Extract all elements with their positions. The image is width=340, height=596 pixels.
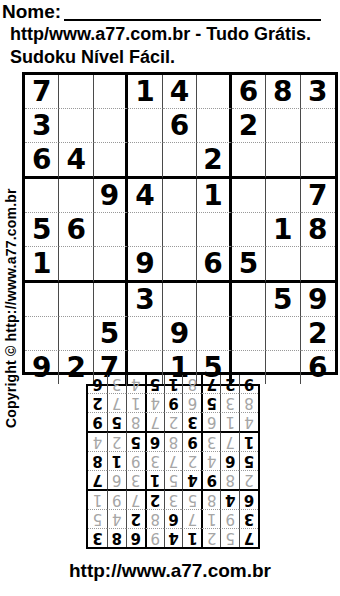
puzzle-cell-r1c5: 4 <box>163 75 197 109</box>
solution-cell-r2c5: 6 <box>164 509 183 528</box>
puzzle-cell-r2c9[interactable] <box>301 109 335 143</box>
puzzle-cell-r2c5: 6 <box>163 109 197 143</box>
solution-cell-r1c5: 4 <box>164 528 183 547</box>
solution-cell-r5c2: 6 <box>220 451 239 470</box>
puzzle-cell-r3c4[interactable] <box>128 143 162 179</box>
solution-cell-r8c8: 7 <box>107 393 126 412</box>
solution-cell-r8c4: 6 <box>182 393 201 412</box>
solution-cell-r3c5: 3 <box>164 489 183 509</box>
puzzle-cell-r2c7: 2 <box>232 109 266 143</box>
solution-cell-r3c2: 4 <box>220 489 239 509</box>
solution-cell-r5c7: 9 <box>126 451 145 470</box>
puzzle-cell-r4c2[interactable] <box>59 179 93 213</box>
solution-cell-r9c8: 3 <box>107 375 126 393</box>
solution-cell-r6c4: 9 <box>182 431 201 451</box>
solution-cell-r6c7: 5 <box>126 431 145 451</box>
puzzle-cell-r5c4[interactable] <box>128 213 162 247</box>
puzzle-cell-r6c4: 9 <box>128 247 162 283</box>
puzzle-cell-r2c8[interactable] <box>266 109 300 143</box>
solution-cell-r4c6: 1 <box>145 470 164 489</box>
solution-cell-r9c4: 8 <box>182 375 201 393</box>
solution-cell-r1c9: 3 <box>88 528 107 547</box>
solution-cell-r3c4: 5 <box>182 489 201 509</box>
solution-cell-r1c2: 5 <box>220 528 239 547</box>
puzzle-cell-r2c2[interactable] <box>59 109 93 143</box>
solution-cell-r4c8: 6 <box>107 470 126 489</box>
solution-cell-r6c1: 1 <box>239 431 258 451</box>
solution-cell-r7c1: 4 <box>239 412 258 431</box>
solution-cell-r9c1: 9 <box>239 375 258 393</box>
solution-cell-r2c2: 9 <box>220 509 239 528</box>
puzzle-level-title: Sudoku Nível Fácil. <box>10 47 175 68</box>
solution-cell-r5c6: 3 <box>145 451 164 470</box>
solution-cell-r8c5: 9 <box>164 393 183 412</box>
solution-cell-r7c7: 8 <box>126 412 145 431</box>
solution-cell-r6c9: 4 <box>88 431 107 451</box>
solution-cell-r5c4: 2 <box>182 451 201 470</box>
puzzle-cell-r7c3[interactable] <box>94 283 128 317</box>
puzzle-cell-r6c9[interactable] <box>301 247 335 283</box>
solution-cell-r3c3: 8 <box>201 489 220 509</box>
sudoku-print-page: Nome: http/www.a77.com.br - Tudo Grátis.… <box>0 0 340 596</box>
puzzle-cell-r8c5: 9 <box>163 317 197 351</box>
puzzle-cell-r1c9: 3 <box>301 75 335 109</box>
solution-cell-r7c9: 9 <box>88 412 107 431</box>
solution-cell-r4c2: 8 <box>220 470 239 489</box>
solution-cell-r3c6: 2 <box>145 489 164 509</box>
solution-cell-r2c9: 5 <box>88 509 107 528</box>
puzzle-cell-r9c9: 6 <box>301 351 335 384</box>
solution-cell-r1c6: 9 <box>145 528 164 547</box>
solution-cell-r8c1: 8 <box>239 393 258 412</box>
solution-cell-r2c1: 3 <box>239 509 258 528</box>
solution-cell-r7c3: 6 <box>201 412 220 431</box>
puzzle-cell-r4c6: 1 <box>197 179 231 213</box>
puzzle-cell-r4c4: 4 <box>128 179 162 213</box>
solution-cell-r6c6: 6 <box>145 431 164 451</box>
solution-cell-r2c4: 7 <box>182 509 201 528</box>
puzzle-cell-r5c3[interactable] <box>94 213 128 247</box>
puzzle-cell-r1c2[interactable] <box>59 75 93 109</box>
solution-cell-r8c6: 4 <box>145 393 164 412</box>
puzzle-cell-r4c9: 7 <box>301 179 335 213</box>
puzzle-cell-r3c3[interactable] <box>94 143 128 179</box>
sudoku-puzzle-grid: 714683362642941756181965359592927156 <box>22 72 338 375</box>
puzzle-cell-r5c2: 6 <box>59 213 93 247</box>
solution-cell-r5c5: 7 <box>164 451 183 470</box>
puzzle-cell-r5c6[interactable] <box>197 213 231 247</box>
solution-cell-r3c7: 7 <box>126 489 145 509</box>
solution-cell-r6c2: 7 <box>220 431 239 451</box>
puzzle-cell-r1c6[interactable] <box>197 75 231 109</box>
puzzle-cell-r3c8[interactable] <box>266 143 300 179</box>
solution-cell-r8c2: 3 <box>220 393 239 412</box>
solution-cell-r6c8: 2 <box>107 431 126 451</box>
solution-cell-r3c9: 1 <box>88 489 107 509</box>
solution-cell-r7c4: 3 <box>182 412 201 431</box>
puzzle-cell-r3c5[interactable] <box>163 143 197 179</box>
name-label: Nome: <box>2 2 61 21</box>
solution-cell-r7c2: 1 <box>220 412 239 431</box>
puzzle-cell-r5c1: 5 <box>25 213 59 247</box>
solution-cell-r7c8: 5 <box>107 412 126 431</box>
puzzle-cell-r8c2[interactable] <box>59 317 93 351</box>
solution-cell-r9c3: 7 <box>201 375 220 393</box>
puzzle-cell-r6c2[interactable] <box>59 247 93 283</box>
puzzle-cell-r4c3: 9 <box>94 179 128 213</box>
solution-cell-r5c9: 8 <box>88 451 107 470</box>
solution-cell-r2c3: 1 <box>201 509 220 528</box>
puzzle-cell-r7c2[interactable] <box>59 283 93 317</box>
puzzle-cell-r6c6: 6 <box>197 247 231 283</box>
puzzle-cell-r2c1: 3 <box>25 109 59 143</box>
puzzle-cell-r5c5[interactable] <box>163 213 197 247</box>
puzzle-cell-r8c8[interactable] <box>266 317 300 351</box>
solution-cell-r8c3: 5 <box>201 393 220 412</box>
puzzle-cell-r3c7[interactable] <box>232 143 266 179</box>
puzzle-cell-r1c7: 6 <box>232 75 266 109</box>
name-row: Nome: <box>2 2 321 21</box>
puzzle-cell-r7c1[interactable] <box>25 283 59 317</box>
puzzle-cell-r6c5[interactable] <box>163 247 197 283</box>
puzzle-cell-r3c6: 2 <box>197 143 231 179</box>
solution-cell-r3c1: 6 <box>239 489 258 509</box>
puzzle-cell-r6c7: 5 <box>232 247 266 283</box>
puzzle-cell-r1c1: 7 <box>25 75 59 109</box>
puzzle-cell-r3c9[interactable] <box>301 143 335 179</box>
puzzle-cell-r4c8[interactable] <box>266 179 300 213</box>
puzzle-cell-r8c3: 5 <box>94 317 128 351</box>
puzzle-cell-r9c8[interactable] <box>266 351 300 384</box>
puzzle-cell-r3c2: 4 <box>59 143 93 179</box>
copyright-vertical-text: Copyright © http://www.a77.com.br <box>3 83 19 428</box>
puzzle-cell-r3c1: 6 <box>25 143 59 179</box>
solution-cell-r1c8: 8 <box>107 528 126 547</box>
solution-cell-r1c3: 2 <box>201 528 220 547</box>
solution-cell-r5c1: 5 <box>239 451 258 470</box>
puzzle-cell-r9c1: 9 <box>25 351 59 384</box>
name-write-line <box>64 2 321 21</box>
solution-cell-r1c7: 6 <box>126 528 145 547</box>
solution-cell-r2c7: 2 <box>126 509 145 528</box>
solution-cell-r4c3: 9 <box>201 470 220 489</box>
puzzle-cell-r8c7[interactable] <box>232 317 266 351</box>
solution-cell-r9c2: 2 <box>220 375 239 393</box>
solution-cell-r7c5: 2 <box>164 412 183 431</box>
puzzle-cell-r8c4[interactable] <box>128 317 162 351</box>
solution-cell-r9c5: 1 <box>164 375 183 393</box>
puzzle-cell-r7c9: 9 <box>301 283 335 317</box>
puzzle-cell-r5c9: 8 <box>301 213 335 247</box>
puzzle-cell-r1c3[interactable] <box>94 75 128 109</box>
solution-cell-r1c1: 7 <box>239 528 258 547</box>
puzzle-cell-r7c5[interactable] <box>163 283 197 317</box>
puzzle-cell-r6c1: 1 <box>25 247 59 283</box>
puzzle-cell-r2c6[interactable] <box>197 109 231 143</box>
puzzle-cell-r7c8: 5 <box>266 283 300 317</box>
puzzle-cell-r4c7[interactable] <box>232 179 266 213</box>
puzzle-cell-r8c9: 2 <box>301 317 335 351</box>
puzzle-cell-r2c4[interactable] <box>128 109 162 143</box>
puzzle-cell-r5c7[interactable] <box>232 213 266 247</box>
solution-cell-r5c3: 4 <box>201 451 220 470</box>
solution-cell-r4c1: 2 <box>239 470 258 489</box>
solution-cell-r4c7: 3 <box>126 470 145 489</box>
site-tagline: http/www.a77.com.br - Tudo Grátis. <box>10 24 311 45</box>
puzzle-cell-r1c8: 8 <box>266 75 300 109</box>
solution-cell-r9c6: 5 <box>145 375 164 393</box>
puzzle-cell-r4c1[interactable] <box>25 179 59 213</box>
sudoku-solution-grid-rotated-180: 7521496833917682456485327912894513675642… <box>86 384 260 549</box>
puzzle-cell-r1c4: 1 <box>128 75 162 109</box>
solution-cell-r1c4: 1 <box>182 528 201 547</box>
solution-cell-r8c7: 1 <box>126 393 145 412</box>
puzzle-cell-r6c8[interactable] <box>266 247 300 283</box>
solution-cell-r6c5: 8 <box>164 431 183 451</box>
solution-cell-r8c9: 2 <box>88 393 107 412</box>
puzzle-cell-r6c3[interactable] <box>94 247 128 283</box>
solution-cell-r6c3: 3 <box>201 431 220 451</box>
puzzle-cell-r5c8: 1 <box>266 213 300 247</box>
solution-cell-r4c5: 5 <box>164 470 183 489</box>
solution-cell-r7c6: 7 <box>145 412 164 431</box>
puzzle-cell-r8c6[interactable] <box>197 317 231 351</box>
solution-cell-r3c8: 9 <box>107 489 126 509</box>
footer-url: http://www.a77.com.br <box>0 560 340 582</box>
puzzle-cell-r7c6[interactable] <box>197 283 231 317</box>
solution-cell-r2c6: 8 <box>145 509 164 528</box>
solution-cell-r5c8: 1 <box>107 451 126 470</box>
solution-cell-r2c8: 4 <box>107 509 126 528</box>
solution-cell-r4c4: 4 <box>182 470 201 489</box>
puzzle-cell-r7c7[interactable] <box>232 283 266 317</box>
puzzle-cell-r7c4: 3 <box>128 283 162 317</box>
puzzle-cell-r4c5[interactable] <box>163 179 197 213</box>
puzzle-cell-r2c3[interactable] <box>94 109 128 143</box>
puzzle-cell-r8c1[interactable] <box>25 317 59 351</box>
solution-cell-r4c9: 7 <box>88 470 107 489</box>
solution-cell-r9c9: 6 <box>88 375 107 393</box>
solution-cell-r9c7: 4 <box>126 375 145 393</box>
